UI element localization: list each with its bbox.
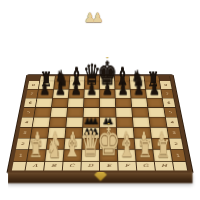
coord-rank-left-6: 6	[24, 98, 36, 107]
square-e1: ♚	[100, 150, 117, 161]
coord-file-g: G	[137, 162, 155, 171]
white-rook: ♜	[156, 137, 171, 161]
white-knight: ♞	[46, 135, 62, 161]
square-g1: ♜	[136, 150, 154, 161]
square-g4	[133, 117, 150, 127]
coord-rank-left-8: 8	[27, 81, 39, 89]
coord-file-b: B	[44, 162, 62, 171]
coord-file-f: F	[118, 162, 136, 171]
square-d7: ♟	[84, 90, 99, 98]
white-bishop: ♝	[63, 131, 81, 161]
frame-corner	[29, 76, 40, 80]
square-b1: ♞	[45, 150, 63, 161]
square-f5	[116, 108, 132, 117]
square-h4	[149, 117, 166, 127]
square-f6	[116, 98, 132, 107]
frame-corner	[159, 76, 170, 80]
square-a7: ♟	[37, 90, 53, 98]
square-c5	[67, 108, 83, 117]
square-b7: ♟	[53, 90, 69, 98]
square-g7: ♟	[131, 90, 147, 98]
coord-file-d: D	[81, 162, 99, 171]
frame-corner	[12, 162, 26, 171]
square-b5	[51, 108, 67, 117]
square-h1: ♜	[153, 150, 172, 161]
coord-rank-left-7: 7	[26, 90, 38, 98]
coord-rank-left-5: 5	[22, 108, 35, 117]
square-c6	[68, 98, 84, 107]
square-h6	[147, 98, 163, 107]
square-e6	[100, 98, 115, 107]
coord-file-c: C	[63, 162, 81, 171]
square-g6	[131, 98, 147, 107]
board-grid: 8♜♞♝♛♚♝♞♜87♟♟♟♟♟♟♟♟766554♟♟♟♟♟43♟♟♟32♟♟♟…	[7, 75, 192, 173]
square-f7: ♟	[115, 90, 130, 98]
square-a5	[34, 108, 51, 117]
square-a1: ♜	[27, 150, 46, 161]
black-pawn: ♟	[149, 81, 160, 98]
square-e7: ♟	[100, 90, 115, 98]
frame-corner	[173, 162, 187, 171]
black-pawn: ♟	[86, 81, 97, 98]
coord-file-h: H	[155, 162, 174, 171]
square-h5	[148, 108, 165, 117]
coord-rank-right-1: 1	[171, 150, 185, 161]
square-c7: ♟	[69, 90, 84, 98]
board-front-edge	[8, 172, 193, 183]
black-pawn: ♟	[118, 81, 129, 98]
coord-rank-right-5: 5	[164, 108, 177, 117]
square-h7: ♟	[146, 90, 162, 98]
square-b4	[49, 117, 66, 127]
coord-rank-right-6: 6	[163, 98, 175, 107]
white-rook: ♜	[138, 137, 153, 161]
black-pawn: ♟	[71, 81, 82, 98]
chess-board: 8♜♞♝♛♚♝♞♜87♟♟♟♟♟♟♟♟766554♟♟♟♟♟43♟♟♟32♟♟♟…	[6, 75, 194, 180]
coord-rank-left-1: 1	[14, 150, 28, 161]
square-g5	[132, 108, 148, 117]
black-pawn: ♟	[55, 81, 66, 98]
coord-rank-right-8: 8	[160, 81, 172, 89]
coord-file-e: E	[100, 162, 118, 171]
coord-file-a: A	[26, 162, 45, 171]
white-rook: ♜	[28, 137, 43, 161]
spare-mini-pawns: ♟♟	[84, 11, 99, 24]
coord-rank-left-4: 4	[20, 117, 33, 127]
white-bishop: ♝	[118, 131, 136, 161]
square-a6	[36, 98, 52, 107]
black-pawn: ♟	[102, 81, 113, 98]
black-pawn: ♟	[133, 81, 144, 98]
square-b6	[52, 98, 68, 107]
black-pawn: ♟	[39, 81, 50, 98]
square-a4	[33, 117, 50, 127]
square-c1: ♝	[64, 150, 82, 161]
coord-rank-right-7: 7	[161, 90, 173, 98]
coord-rank-right-2: 2	[169, 139, 183, 150]
square-d6	[84, 98, 99, 107]
coord-rank-right-4: 4	[166, 117, 179, 127]
square-f1: ♝	[118, 150, 136, 161]
chess-set-photo: ♟♟ 8♜♞♝♛♚♝♞♜87♟♟♟♟♟♟♟♟766554♟♟♟♟♟43♟♟♟32…	[0, 0, 200, 200]
